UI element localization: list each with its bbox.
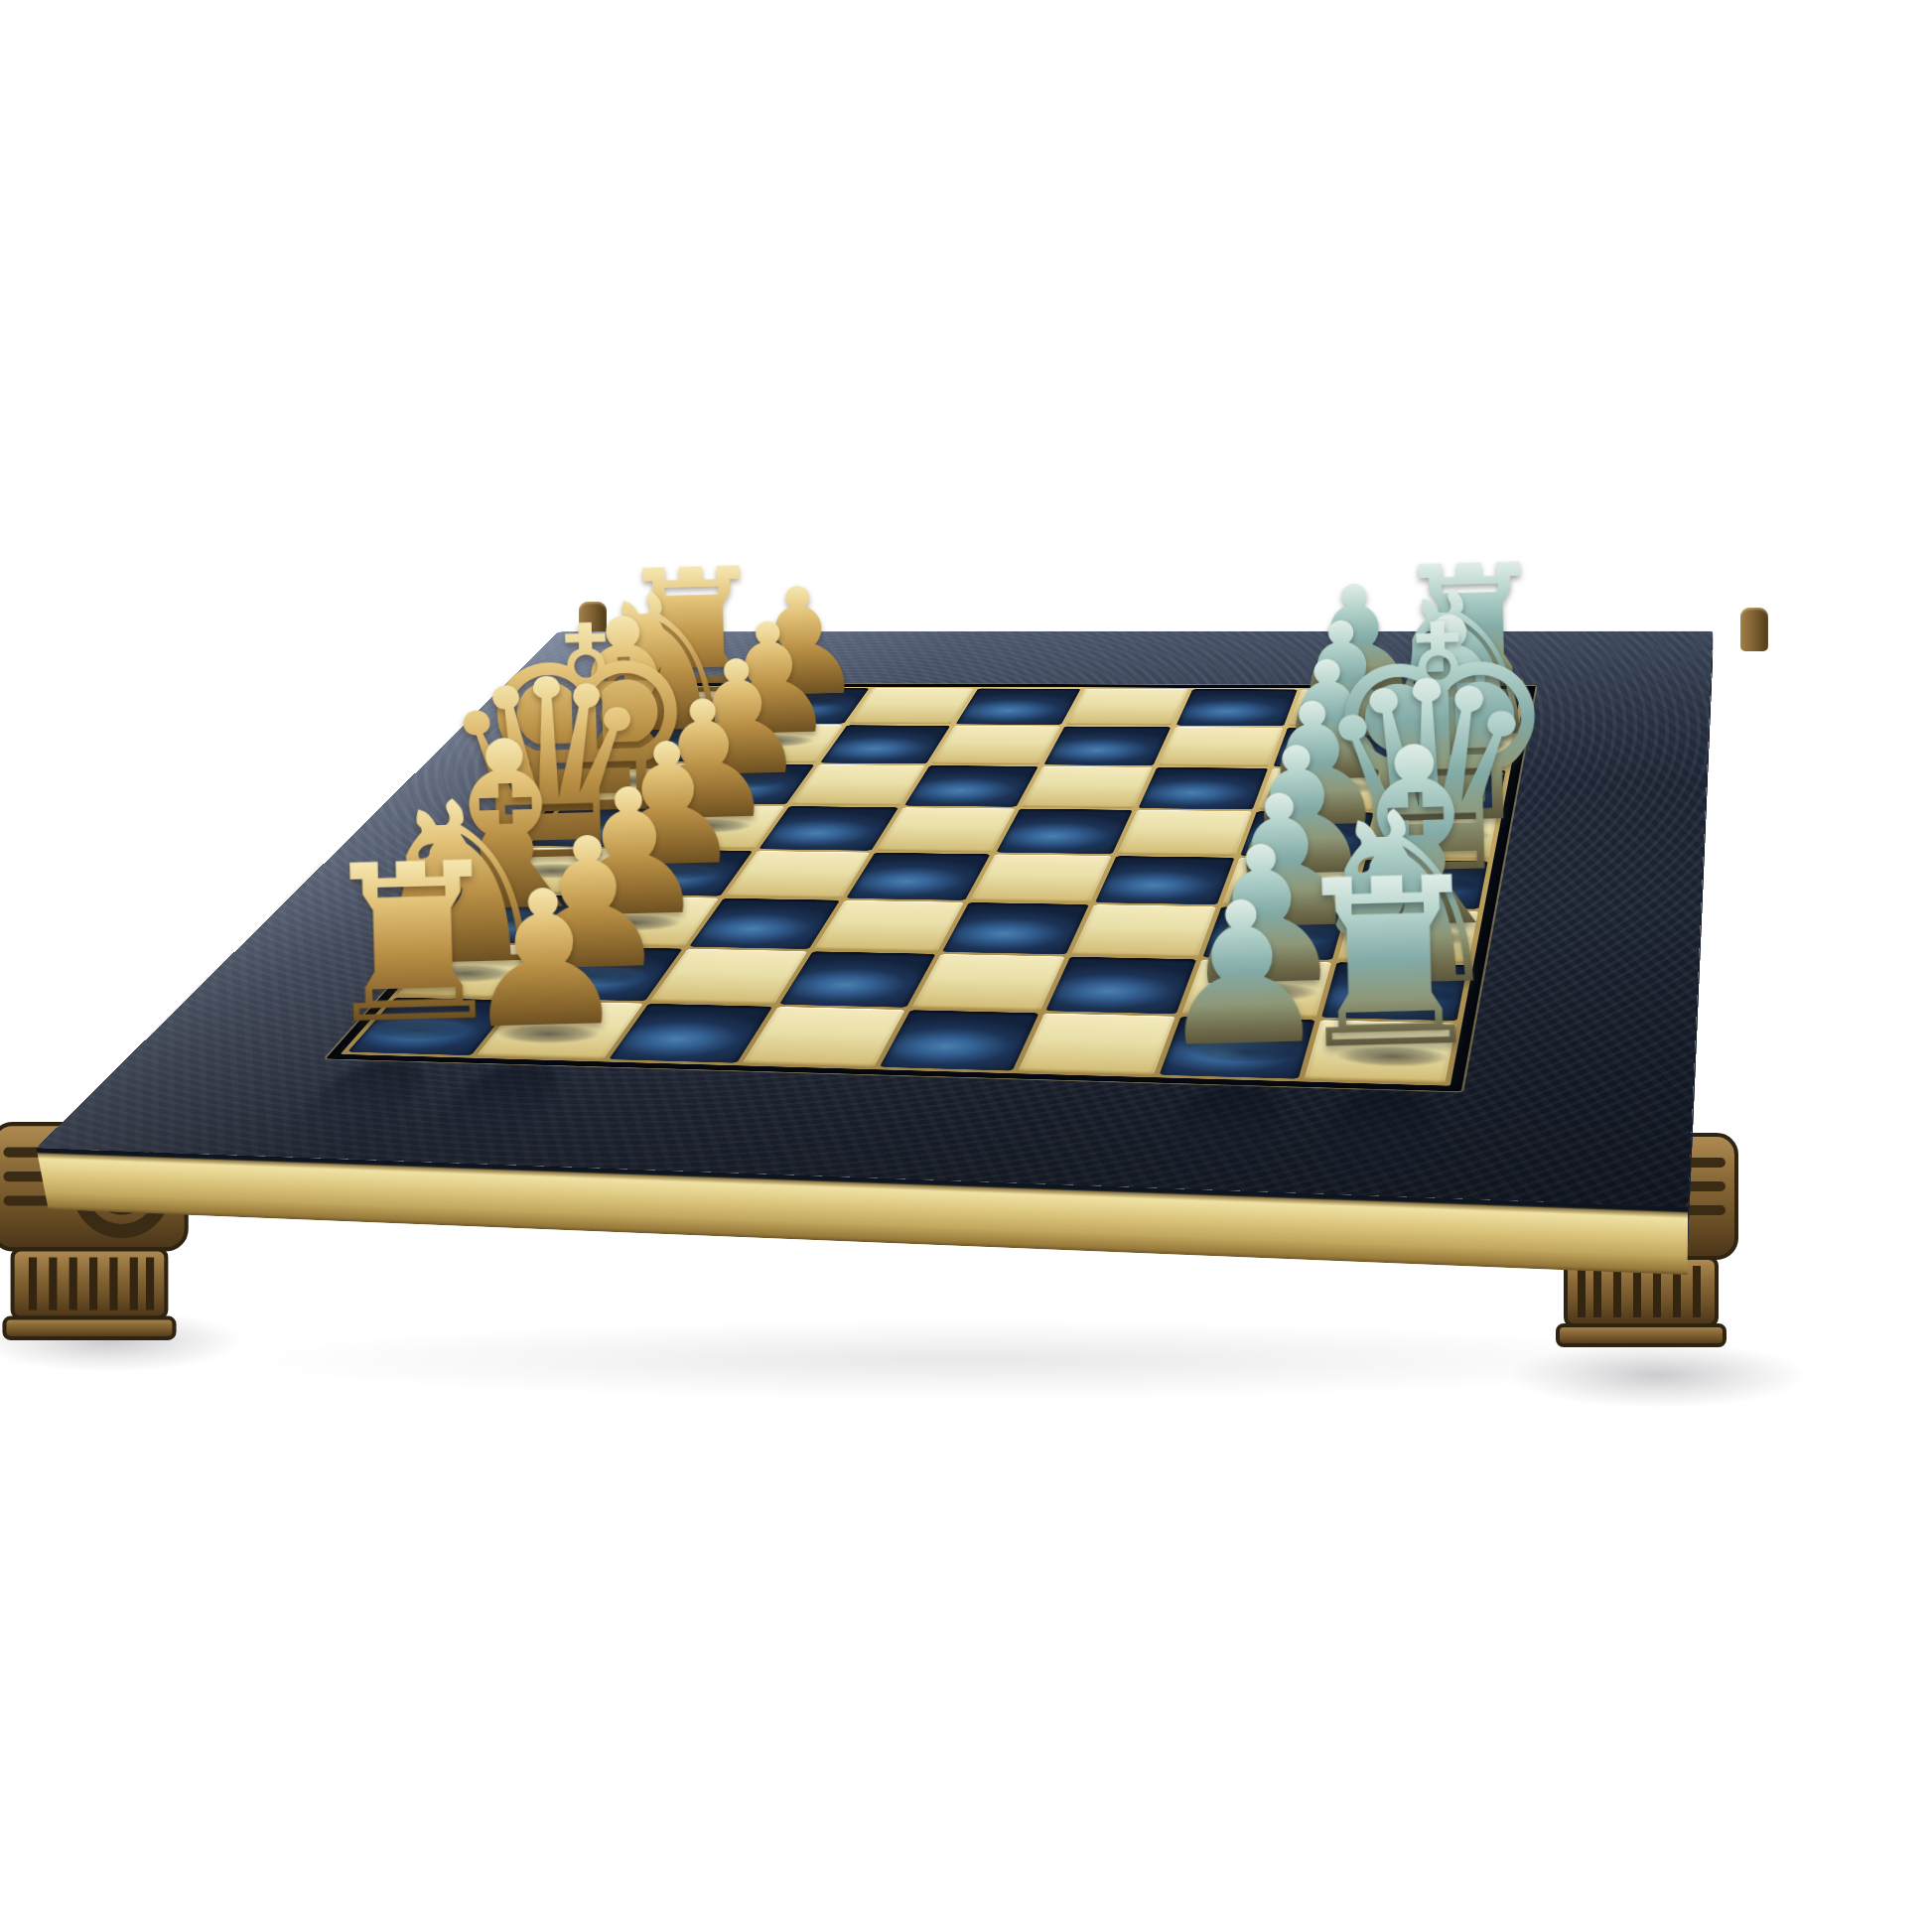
chess-board-scene: ♜♟♟♜♞♟♟♞♝♟♟♝♚♟♟♚♛♟♟♛♝♟♟♝♞♟♟♞♜♟♟♜ <box>0 0 1932 1932</box>
chess-board: ♜♟♟♜♞♟♟♞♝♟♟♝♚♟♟♚♛♟♟♛♝♟♟♝♞♟♟♞♜♟♟♜ <box>37 631 1714 1207</box>
product-photo: ♜♟♟♜♞♟♟♞♝♟♟♝♚♟♟♚♛♟♟♛♝♟♟♝♞♟♟♞♜♟♟♜ <box>0 0 1932 1932</box>
pawn-glyph: ♟ <box>355 879 735 1042</box>
camera-roll-wrapper: ♜♟♟♜♞♟♟♞♝♟♟♝♚♟♟♚♛♟♟♛♝♟♟♝♞♟♟♞♜♟♟♜ <box>0 0 1932 1932</box>
rook-glyph: ♜ <box>1188 865 1589 1064</box>
